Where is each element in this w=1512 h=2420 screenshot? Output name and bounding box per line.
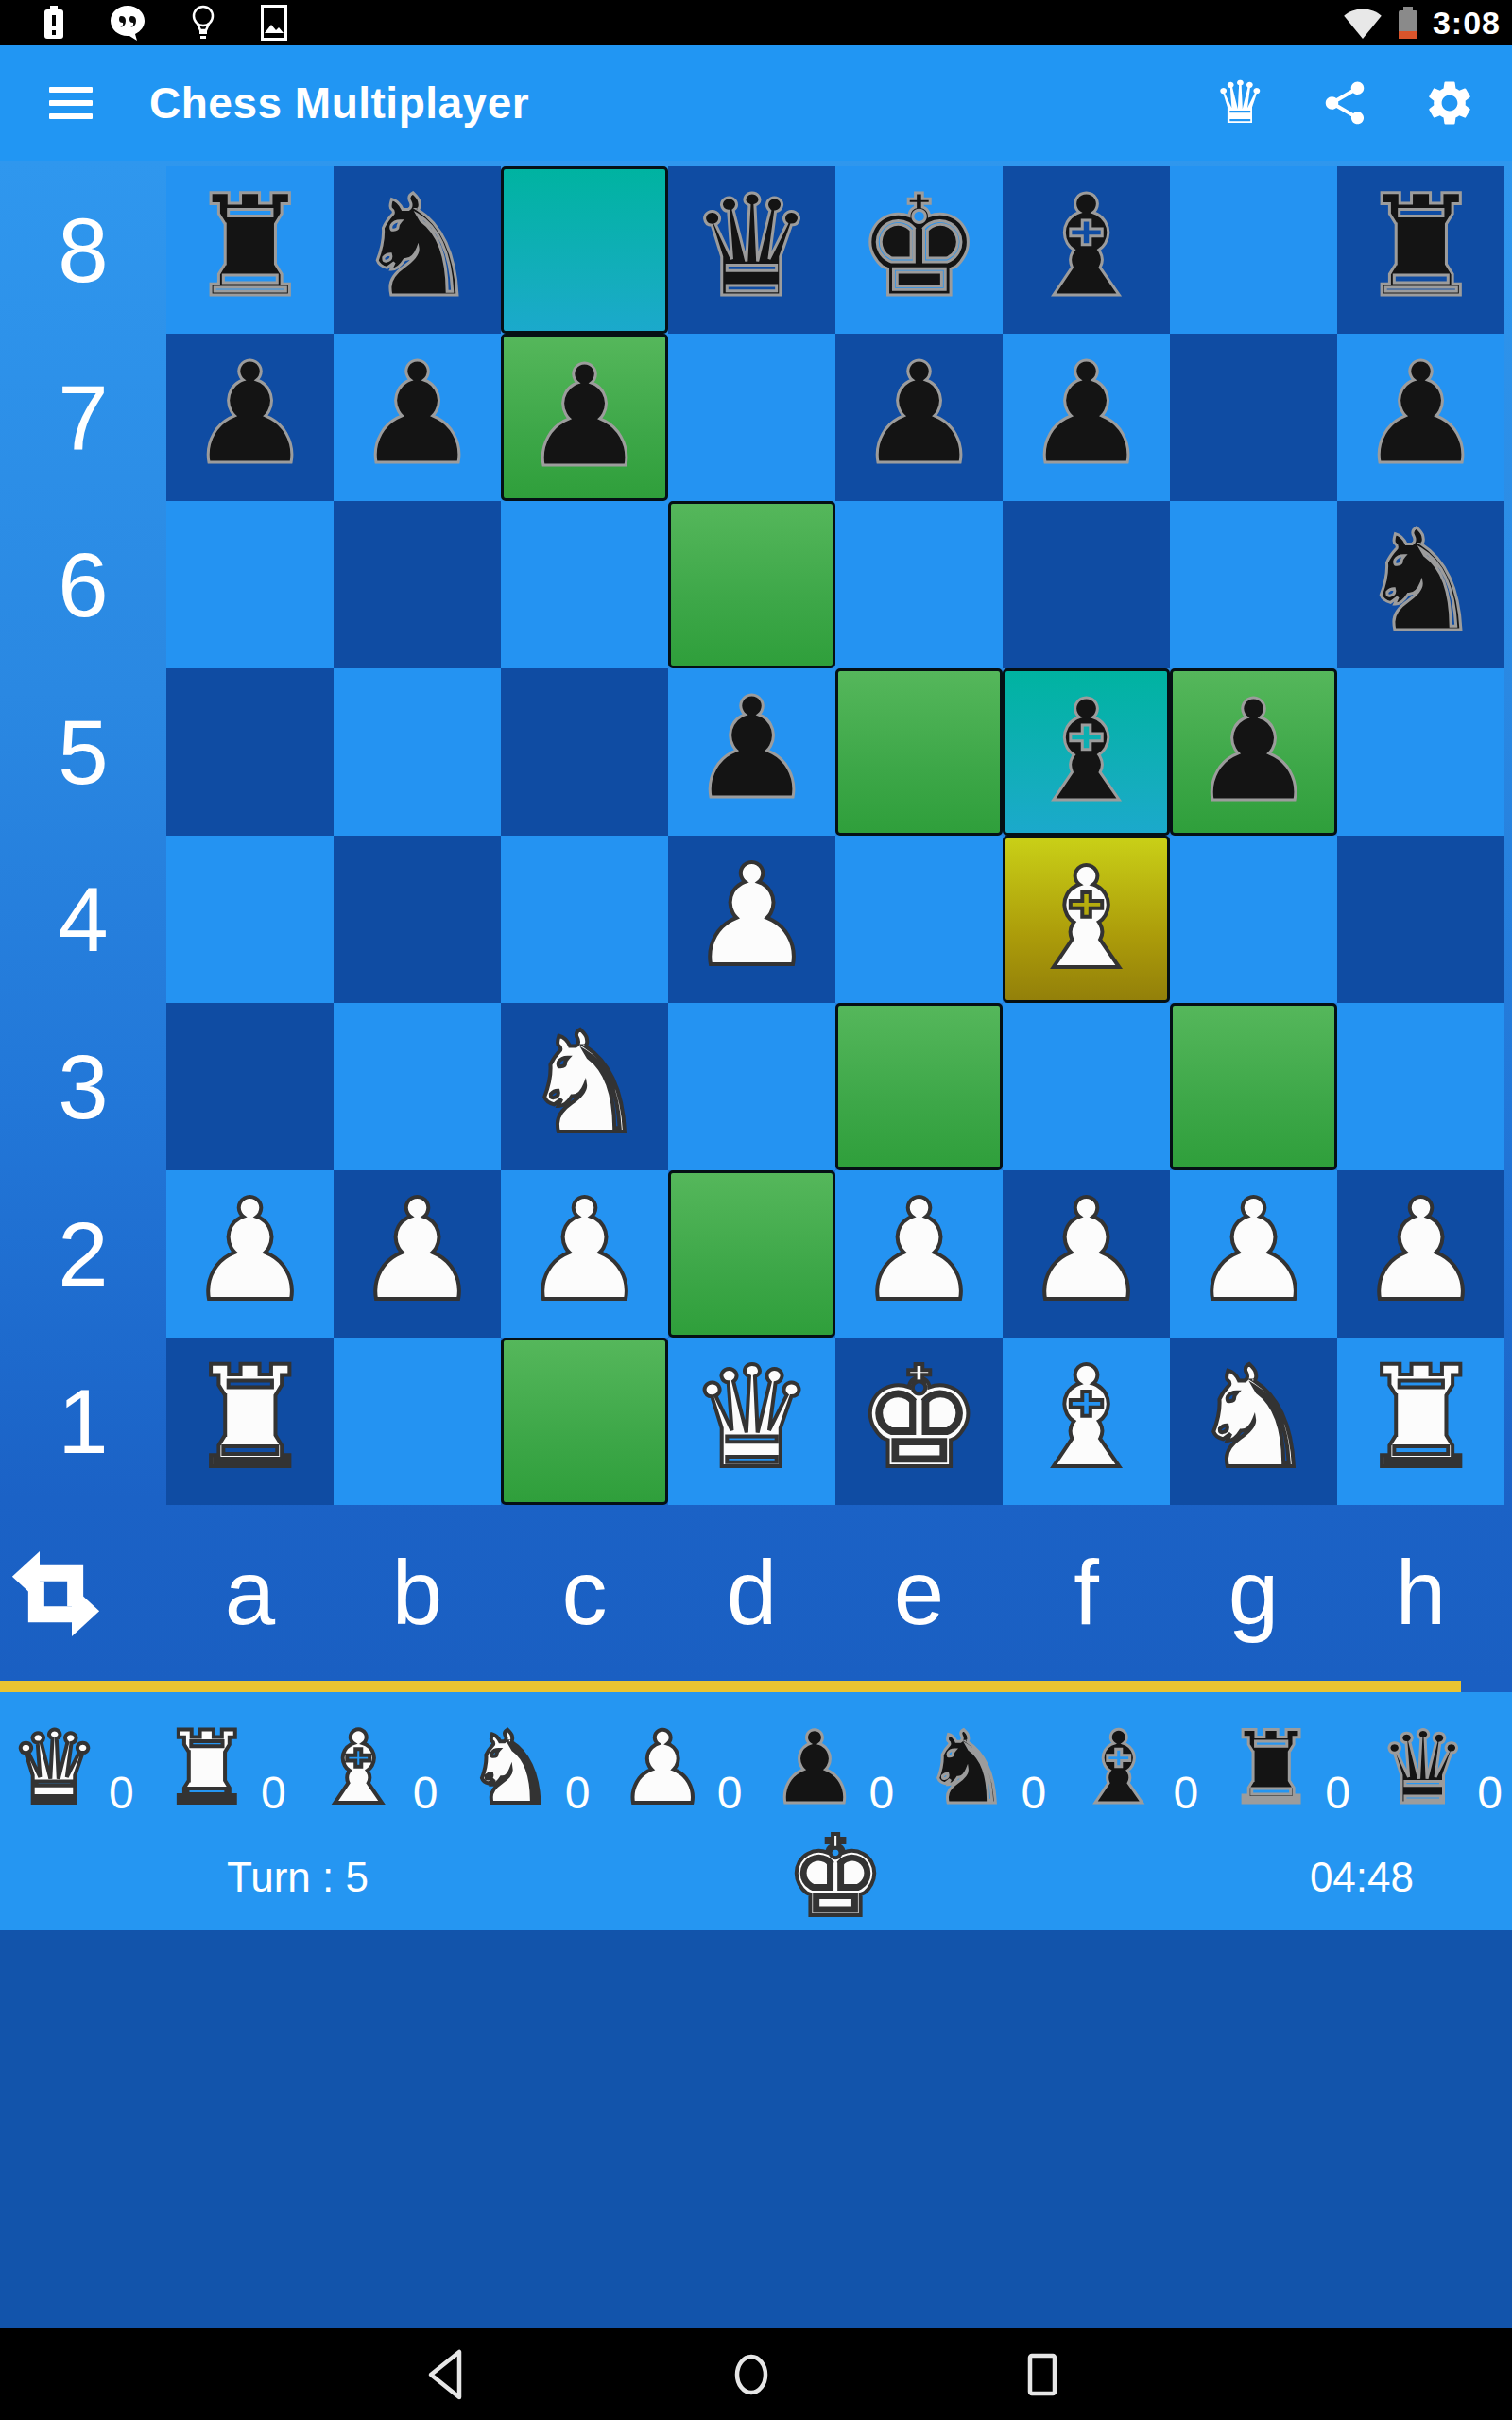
- home-button[interactable]: [730, 2348, 772, 2401]
- square-b6[interactable]: [334, 501, 501, 668]
- piece-white-pawn: ♟: [1337, 1170, 1504, 1332]
- square-e1[interactable]: ♚: [835, 1338, 1003, 1505]
- square-e3[interactable]: [835, 1003, 1003, 1170]
- captured-pieces-tray: ♛0♜0♝0♞0♟0♟0♞0♝0♜0♛0: [0, 1692, 1512, 1824]
- captured-white-pawn: ♟0: [618, 1713, 743, 1824]
- square-a1[interactable]: ♜: [166, 1338, 334, 1505]
- piece-black-pawn: ♟: [334, 334, 501, 495]
- rank-label-6: 6: [0, 501, 166, 668]
- square-a6[interactable]: [166, 501, 334, 668]
- square-f5[interactable]: ♝: [1003, 668, 1170, 836]
- captured-black-knight: ♞0: [921, 1713, 1046, 1824]
- screenshot-icon: [261, 5, 287, 41]
- file-label-e: e: [835, 1505, 1003, 1681]
- black-pawn-icon: ♟: [770, 1713, 860, 1824]
- square-e5[interactable]: [835, 668, 1003, 836]
- square-g2[interactable]: ♟: [1170, 1170, 1337, 1338]
- white-bishop-icon: ♝: [314, 1713, 404, 1824]
- rank-label-7: 7: [0, 334, 166, 501]
- chess-board: ♜♞♛♚♝♜♟♟♟♟♟♟♞♟♝♟♟♝♞♟♟♟♟♟♟♟♜♛♚♝♞♜: [166, 166, 1504, 1505]
- square-f2[interactable]: ♟: [1003, 1170, 1170, 1338]
- square-g4[interactable]: [1170, 836, 1337, 1003]
- piece-black-pawn: ♟: [835, 334, 1003, 495]
- square-h4[interactable]: [1337, 836, 1504, 1003]
- square-c1[interactable]: [501, 1338, 668, 1505]
- settings-gear-icon[interactable]: [1423, 77, 1476, 130]
- square-b7[interactable]: ♟: [334, 334, 501, 501]
- captured-black-queen: ♛0: [1378, 1713, 1503, 1824]
- piece-black-bishop: ♝: [1003, 166, 1170, 328]
- piece-white-pawn: ♟: [501, 1170, 668, 1332]
- piece-white-bishop: ♝: [1003, 1338, 1170, 1499]
- square-e6[interactable]: [835, 501, 1003, 668]
- square-c7[interactable]: ♟: [501, 334, 668, 501]
- white-queen-icon: ♛: [9, 1713, 99, 1824]
- captured-count: 0: [1477, 1762, 1503, 1824]
- captured-count: 0: [1021, 1762, 1046, 1824]
- captured-count: 0: [1173, 1762, 1198, 1824]
- gold-divider: [0, 1681, 1461, 1692]
- lightbulb-icon: [191, 5, 215, 41]
- piece-white-pawn: ♟: [668, 836, 835, 997]
- piece-black-queen: ♛: [668, 166, 835, 328]
- square-f1[interactable]: ♝: [1003, 1338, 1170, 1505]
- square-e4[interactable]: [835, 836, 1003, 1003]
- piece-black-pawn: ♟: [1173, 671, 1334, 833]
- rank-label-5: 5: [0, 668, 166, 836]
- square-f7[interactable]: ♟: [1003, 334, 1170, 501]
- piece-black-pawn: ♟: [1003, 334, 1170, 495]
- captured-count: 0: [565, 1762, 591, 1824]
- piece-white-queen: ♛: [668, 1338, 835, 1499]
- piece-black-pawn: ♟: [504, 337, 665, 498]
- square-d1[interactable]: ♛: [668, 1338, 835, 1505]
- file-label-f: f: [1003, 1505, 1170, 1681]
- square-a3[interactable]: [166, 1003, 334, 1170]
- file-label-c: c: [501, 1505, 668, 1681]
- square-h7[interactable]: ♟: [1337, 334, 1504, 501]
- captured-white-queen: ♛0: [9, 1713, 134, 1824]
- square-f8[interactable]: ♝: [1003, 166, 1170, 334]
- captured-count: 0: [717, 1762, 743, 1824]
- piece-white-bishop: ♝: [1005, 838, 1167, 1000]
- recents-button[interactable]: [1023, 2348, 1061, 2401]
- chess-queen-icon[interactable]: ♛: [1213, 74, 1266, 132]
- piece-black-rook: ♜: [166, 166, 334, 328]
- square-a7[interactable]: ♟: [166, 334, 334, 501]
- battery-alert-icon: [43, 6, 64, 40]
- square-b5[interactable]: [334, 668, 501, 836]
- android-status-bar: 3:08: [0, 0, 1512, 45]
- captured-white-bishop: ♝0: [314, 1713, 438, 1824]
- square-h8[interactable]: ♜: [1337, 166, 1504, 334]
- rank-label-8: 8: [0, 166, 166, 334]
- piece-white-pawn: ♟: [1003, 1170, 1170, 1332]
- square-g3[interactable]: [1170, 1003, 1337, 1170]
- bottom-panel: [0, 1930, 1512, 2328]
- square-f3[interactable]: [1003, 1003, 1170, 1170]
- board-section: 87654321 ♜♞♛♚♝♜♟♟♟♟♟♟♞♟♝♟♟♝♞♟♟♟♟♟♟♟♜♛♚♝♞…: [0, 161, 1512, 1681]
- app-title: Chess Multiplayer: [149, 78, 529, 129]
- captured-white-rook: ♜0: [162, 1713, 286, 1824]
- game-timer: 04:48: [1310, 1854, 1414, 1901]
- piece-black-pawn: ♟: [668, 668, 835, 830]
- black-rook-icon: ♜: [1226, 1713, 1315, 1824]
- android-nav-bar: [0, 2328, 1512, 2420]
- square-d5[interactable]: ♟: [668, 668, 835, 836]
- square-g5[interactable]: ♟: [1170, 668, 1337, 836]
- square-e7[interactable]: ♟: [835, 334, 1003, 501]
- square-d8[interactable]: ♛: [668, 166, 835, 334]
- piece-black-rook: ♜: [1337, 166, 1504, 328]
- file-label-b: b: [334, 1505, 501, 1681]
- square-g6[interactable]: [1170, 501, 1337, 668]
- captured-white-knight: ♞0: [466, 1713, 591, 1824]
- piece-white-rook: ♜: [1337, 1338, 1504, 1499]
- piece-white-pawn: ♟: [166, 1170, 334, 1332]
- share-icon[interactable]: [1319, 78, 1370, 129]
- square-a8[interactable]: ♜: [166, 166, 334, 334]
- piece-white-rook: ♜: [166, 1338, 334, 1499]
- piece-white-pawn: ♟: [334, 1170, 501, 1332]
- square-g7[interactable]: [1170, 334, 1337, 501]
- square-g1[interactable]: ♞: [1170, 1338, 1337, 1505]
- white-rook-icon: ♜: [162, 1713, 251, 1824]
- square-h1[interactable]: ♜: [1337, 1338, 1504, 1505]
- square-d3[interactable]: [668, 1003, 835, 1170]
- square-b4[interactable]: [334, 836, 501, 1003]
- wifi-icon: [1342, 6, 1383, 40]
- rank-label-2: 2: [0, 1170, 166, 1338]
- divider-row: [0, 1681, 1512, 1692]
- square-f6[interactable]: [1003, 501, 1170, 668]
- square-d7[interactable]: [668, 334, 835, 501]
- piece-white-knight: ♞: [501, 1003, 668, 1165]
- piece-black-king: ♚: [835, 166, 1003, 328]
- square-b2[interactable]: ♟: [334, 1170, 501, 1338]
- square-a5[interactable]: [166, 668, 334, 836]
- rotate-board-icon[interactable]: [8, 1541, 104, 1651]
- piece-black-pawn: ♟: [1337, 334, 1504, 495]
- file-labels-row: abcdefgh: [0, 1505, 1512, 1681]
- captured-count: 0: [413, 1762, 438, 1824]
- piece-black-pawn: ♟: [166, 334, 334, 495]
- game-status-row: Turn : 5 ♚ 04:48: [0, 1824, 1512, 1930]
- square-h5[interactable]: [1337, 668, 1504, 836]
- black-queen-icon: ♛: [1378, 1713, 1468, 1824]
- piece-white-king: ♚: [835, 1338, 1003, 1499]
- square-e2[interactable]: ♟: [835, 1170, 1003, 1338]
- square-d6[interactable]: [668, 501, 835, 668]
- piece-black-knight: ♞: [1337, 501, 1504, 663]
- back-button[interactable]: [423, 2348, 465, 2401]
- square-c3[interactable]: ♞: [501, 1003, 668, 1170]
- captured-black-rook: ♜0: [1226, 1713, 1350, 1824]
- chess-app-screen: 3:08 Chess Multiplayer ♛ 87654321 ♜♞♛♚♝♜…: [0, 0, 1512, 2420]
- chat-bubble-icon: [110, 5, 146, 41]
- rank-label-4: 4: [0, 836, 166, 1003]
- square-d2[interactable]: [668, 1170, 835, 1338]
- file-label-d: d: [668, 1505, 835, 1681]
- captured-black-bishop: ♝0: [1074, 1713, 1198, 1824]
- square-b1[interactable]: [334, 1338, 501, 1505]
- turn-counter: Turn : 5: [227, 1854, 369, 1901]
- black-knight-icon: ♞: [921, 1713, 1011, 1824]
- app-bar: Chess Multiplayer ♛: [0, 45, 1512, 161]
- rank-label-3: 3: [0, 1003, 166, 1170]
- captured-black-pawn: ♟0: [770, 1713, 895, 1824]
- square-c4[interactable]: [501, 836, 668, 1003]
- notification-icons: [0, 5, 287, 41]
- piece-white-knight: ♞: [1170, 1338, 1337, 1499]
- square-c5[interactable]: [501, 668, 668, 836]
- piece-white-pawn: ♟: [1170, 1170, 1337, 1332]
- square-h3[interactable]: [1337, 1003, 1504, 1170]
- square-c6[interactable]: [501, 501, 668, 668]
- piece-black-knight: ♞: [334, 166, 501, 328]
- captured-count: 0: [1325, 1762, 1350, 1824]
- square-c8[interactable]: [501, 166, 668, 334]
- square-e8[interactable]: ♚: [835, 166, 1003, 334]
- captured-count: 0: [261, 1762, 286, 1824]
- rank-labels: 87654321: [0, 166, 166, 1505]
- square-h2[interactable]: ♟: [1337, 1170, 1504, 1338]
- file-label-g: g: [1170, 1505, 1337, 1681]
- white-pawn-icon: ♟: [618, 1713, 708, 1824]
- battery-icon: [1397, 5, 1419, 41]
- square-c2[interactable]: ♟: [501, 1170, 668, 1338]
- clock: 3:08: [1433, 5, 1501, 42]
- piece-white-pawn: ♟: [835, 1170, 1003, 1332]
- black-bishop-icon: ♝: [1074, 1713, 1163, 1824]
- square-a2[interactable]: ♟: [166, 1170, 334, 1338]
- side-to-move-king-icon: ♚: [785, 1815, 885, 1938]
- piece-black-bishop: ♝: [1005, 671, 1167, 833]
- file-label-h: h: [1337, 1505, 1504, 1681]
- file-label-a: a: [166, 1505, 334, 1681]
- square-h6[interactable]: ♞: [1337, 501, 1504, 668]
- captured-count: 0: [109, 1762, 134, 1824]
- rank-label-1: 1: [0, 1338, 166, 1505]
- square-a4[interactable]: [166, 836, 334, 1003]
- square-b3[interactable]: [334, 1003, 501, 1170]
- hamburger-menu-icon[interactable]: [49, 79, 93, 127]
- square-f4[interactable]: ♝: [1003, 836, 1170, 1003]
- square-b8[interactable]: ♞: [334, 166, 501, 334]
- white-knight-icon: ♞: [466, 1713, 556, 1824]
- square-d4[interactable]: ♟: [668, 836, 835, 1003]
- square-g8[interactable]: [1170, 166, 1337, 334]
